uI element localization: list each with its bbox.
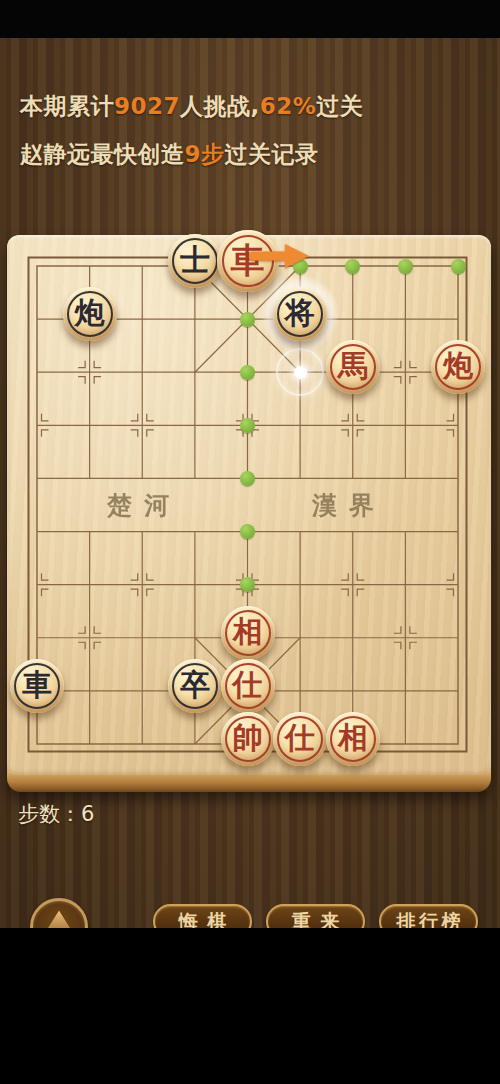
move-hint-dot[interactable]	[240, 418, 255, 433]
board-surface[interactable]: 楚河 漢界 士車炮将馬炮相車卒仕帥仕相	[7, 235, 491, 775]
phone-screen: 本期累计9027人挑战,62%过关 赵静远最快创造9步过关记录 楚河 漢界 士車…	[0, 0, 500, 1084]
move-hint-dot[interactable]	[345, 259, 360, 274]
piece-red-elephant[interactable]: 相	[221, 606, 275, 660]
piece-red-horse[interactable]: 馬	[326, 340, 380, 394]
move-hint-dot[interactable]	[398, 259, 413, 274]
piece-red-advisor[interactable]: 仕	[221, 659, 275, 713]
touch-marker-dot	[294, 366, 307, 379]
step-counter-label: 步数：	[18, 802, 81, 826]
piece-black-chariot[interactable]: 車	[10, 659, 64, 713]
piece-red-advisor[interactable]: 仕	[273, 712, 327, 766]
move-hint-dot[interactable]	[240, 577, 255, 592]
app-background: 本期累计9027人挑战,62%过关 赵静远最快创造9步过关记录 楚河 漢界 士車…	[0, 38, 500, 928]
android-nav-bar: Bai du 经验 jingyan.baidu.com	[0, 928, 500, 1084]
status-bar	[0, 0, 500, 38]
move-hint-dot[interactable]	[240, 524, 255, 539]
hint-arrow	[249, 243, 311, 271]
piece-red-general[interactable]: 帥	[221, 712, 275, 766]
move-hint-dot[interactable]	[451, 259, 466, 274]
step-counter: 步数：6	[18, 800, 94, 828]
move-hint-dot[interactable]	[240, 312, 255, 327]
piece-black-cannon[interactable]: 炮	[63, 287, 117, 341]
board-overlay: 士車炮将馬炮相車卒仕帥仕相	[7, 235, 491, 775]
piece-black-pawn[interactable]: 卒	[168, 659, 222, 713]
piece-red-elephant[interactable]: 相	[326, 712, 380, 766]
piece-red-cannon[interactable]: 炮	[431, 340, 485, 394]
move-hint-dot[interactable]	[240, 365, 255, 380]
move-hint-dot[interactable]	[240, 471, 255, 486]
piece-black-advisor[interactable]: 士	[168, 234, 222, 288]
challenge-stats: 本期累计9027人挑战,62%过关	[20, 91, 363, 122]
piece-black-general[interactable]: 将	[273, 287, 327, 341]
xiangqi-board[interactable]: 楚河 漢界 士車炮将馬炮相車卒仕帥仕相	[7, 235, 491, 792]
record-stats: 赵静远最快创造9步过关记录	[20, 139, 319, 170]
step-counter-value: 6	[81, 802, 94, 826]
